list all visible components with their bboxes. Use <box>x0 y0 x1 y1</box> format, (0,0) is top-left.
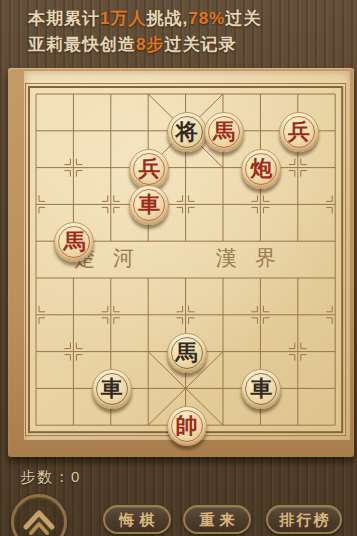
piece-character: 車 <box>250 370 272 408</box>
chevron-up-icon <box>20 505 58 536</box>
piece-red-炮[interactable]: 炮 <box>241 149 281 189</box>
undo-button[interactable]: 悔棋 <box>103 505 171 534</box>
piece-red-兵[interactable]: 兵 <box>279 112 319 152</box>
river-label-right: 漢界 <box>216 244 294 272</box>
piece-red-兵[interactable]: 兵 <box>129 149 169 189</box>
piece-red-馬[interactable]: 馬 <box>204 112 244 152</box>
piece-red-帥[interactable]: 帥 <box>167 406 207 446</box>
xiangqi-board[interactable]: 楚河 漢界 将馬兵兵炮車馬馬車車帥 <box>8 68 354 457</box>
piece-black-将[interactable]: 将 <box>167 112 207 152</box>
piece-character: 車 <box>138 186 160 224</box>
piece-character: 将 <box>176 113 198 151</box>
piece-black-車[interactable]: 車 <box>92 369 132 409</box>
piece-character: 兵 <box>288 113 310 151</box>
restart-button[interactable]: 重来 <box>183 505 251 534</box>
leaderboard-button[interactable]: 排行榜 <box>266 505 342 534</box>
piece-character: 馬 <box>176 334 198 372</box>
expand-button[interactable] <box>11 494 67 536</box>
piece-character: 炮 <box>250 150 272 188</box>
piece-black-馬[interactable]: 馬 <box>167 333 207 373</box>
piece-character: 馬 <box>63 223 85 261</box>
challenge-stats-line: 本期累计1万人挑战,78%过关 <box>28 7 261 30</box>
piece-character: 帥 <box>176 407 198 445</box>
step-counter: 步数：0 <box>20 468 81 487</box>
app-screen: 本期累计1万人挑战,78%过关 亚莉最快创造8步过关记录 楚河 漢界 将馬兵兵炮… <box>0 0 357 536</box>
record-stats-line: 亚莉最快创造8步过关记录 <box>28 33 236 56</box>
piece-character: 兵 <box>138 150 160 188</box>
piece-character: 車 <box>101 370 123 408</box>
piece-character: 馬 <box>213 113 235 151</box>
